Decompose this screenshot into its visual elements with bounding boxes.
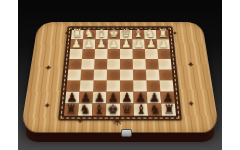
board-frame: ♜♞♝♚♛♝♞♜♟♟♟♟♟♟♟♟♟♟♟♟♟♟♟♟♜♞♝♚♛♝♞♜ bbox=[58, 26, 182, 120]
black-pawn: ♟ bbox=[93, 91, 107, 104]
black-pawn: ♟ bbox=[134, 91, 148, 104]
board-square: ♝ bbox=[132, 30, 144, 39]
chess-board: ♜♞♝♚♛♝♞♜♟♟♟♟♟♟♟♟♟♟♟♟♟♟♟♟♜♞♝♚♛♝♞♜ bbox=[64, 30, 176, 116]
black-pawn: ♟ bbox=[147, 91, 161, 104]
board-square: ♟ bbox=[144, 39, 157, 49]
screenshot-page: ✦ ✦ ✦ ✦ ✦ ✦ ✦ ✦ ✳ ♜♞♝♚♛♝♞♜♟♟♟♟♟♟♟♟♟♟♟♟♟♟… bbox=[0, 0, 240, 150]
board-square: ♟ bbox=[147, 92, 161, 104]
board-square: ♛ bbox=[120, 30, 132, 39]
board-square bbox=[80, 80, 94, 91]
board-square: ♟ bbox=[95, 39, 108, 49]
black-pawn: ♟ bbox=[65, 91, 79, 104]
board-square: ♟ bbox=[83, 39, 96, 49]
board-square bbox=[94, 59, 107, 69]
chess-box-lid: ✦ ✦ ✦ ✦ ✦ ✦ ✦ ✦ ✳ ♜♞♝♚♛♝♞♜♟♟♟♟♟♟♟♟♟♟♟♟♟♟… bbox=[20, 22, 219, 132]
board-square: ♟ bbox=[108, 39, 120, 49]
board-square: ♞ bbox=[147, 103, 162, 115]
board-square: ♞ bbox=[144, 30, 157, 39]
board-square bbox=[93, 80, 107, 91]
board-square: ♟ bbox=[160, 92, 175, 104]
board-square bbox=[145, 49, 158, 59]
board-square bbox=[133, 80, 147, 91]
board-square bbox=[120, 80, 133, 91]
carved-motif-icon: ✦ bbox=[44, 64, 53, 72]
black-queen: ♛ bbox=[120, 103, 134, 116]
board-square bbox=[69, 49, 82, 59]
board-square bbox=[68, 59, 82, 69]
board-square bbox=[82, 49, 95, 59]
black-rook: ♜ bbox=[162, 103, 176, 116]
board-square bbox=[146, 80, 160, 91]
white-queen: ♛ bbox=[120, 28, 132, 39]
board-square bbox=[107, 80, 120, 91]
board-square: ♞ bbox=[78, 103, 93, 115]
board-square bbox=[67, 70, 81, 81]
black-knight: ♞ bbox=[78, 103, 92, 116]
board-square bbox=[159, 70, 173, 81]
board-square bbox=[107, 59, 120, 69]
white-knight: ♞ bbox=[83, 28, 95, 39]
board-square bbox=[146, 70, 160, 81]
board-square: ♞ bbox=[83, 30, 96, 39]
board-square: ♟ bbox=[132, 39, 145, 49]
board-square bbox=[133, 70, 146, 81]
black-bishop: ♝ bbox=[134, 103, 148, 116]
board-square: ♚ bbox=[108, 30, 120, 39]
white-rook: ♜ bbox=[157, 28, 169, 39]
board-square: ♟ bbox=[106, 92, 120, 104]
board-square: ♚ bbox=[106, 103, 120, 115]
black-bishop: ♝ bbox=[92, 103, 106, 116]
board-square: ♛ bbox=[120, 103, 134, 115]
board-square bbox=[133, 59, 146, 69]
board-square bbox=[94, 70, 107, 81]
board-square bbox=[145, 59, 158, 69]
white-pawn: ♟ bbox=[83, 37, 95, 49]
chess-box-photo: ✦ ✦ ✦ ✦ ✦ ✦ ✦ ✦ ✳ ♜♞♝♚♛♝♞♜♟♟♟♟♟♟♟♟♟♟♟♟♟♟… bbox=[18, 0, 222, 150]
board-square bbox=[120, 59, 133, 69]
board-square bbox=[107, 70, 120, 81]
board-square bbox=[95, 49, 108, 59]
board-square: ♟ bbox=[65, 92, 80, 104]
white-bishop: ♝ bbox=[132, 28, 144, 39]
board-square: ♜ bbox=[64, 103, 79, 115]
board-square: ♟ bbox=[93, 92, 107, 104]
board-square: ♝ bbox=[92, 103, 106, 115]
black-rook: ♜ bbox=[64, 103, 78, 116]
board-square: ♝ bbox=[96, 30, 108, 39]
white-pawn: ♟ bbox=[157, 37, 169, 49]
white-pawn: ♟ bbox=[95, 37, 107, 49]
board-square: ♟ bbox=[120, 39, 132, 49]
white-pawn: ♟ bbox=[120, 37, 132, 49]
perspective-scene: ✦ ✦ ✦ ✦ ✦ ✦ ✦ ✦ ✳ ♜♞♝♚♛♝♞♜♟♟♟♟♟♟♟♟♟♟♟♟♟♟… bbox=[18, 0, 222, 150]
black-pawn: ♟ bbox=[79, 91, 93, 104]
carved-motif-icon: ✦ bbox=[43, 102, 51, 110]
board-square bbox=[120, 70, 133, 81]
board-square: ♟ bbox=[79, 92, 93, 104]
white-pawn: ♟ bbox=[132, 37, 144, 49]
box-latch bbox=[121, 129, 132, 137]
board-square bbox=[80, 70, 94, 81]
board-square: ♟ bbox=[70, 39, 83, 49]
board-square bbox=[160, 80, 174, 91]
board-square bbox=[81, 59, 94, 69]
board-square bbox=[157, 49, 170, 59]
carved-motif-icon: ✦ bbox=[187, 61, 195, 69]
board-square bbox=[66, 80, 80, 91]
white-pawn: ♟ bbox=[108, 37, 120, 49]
board-square: ♜ bbox=[156, 30, 169, 39]
black-pawn: ♟ bbox=[106, 91, 120, 104]
black-pawn: ♟ bbox=[161, 91, 175, 104]
white-king: ♚ bbox=[108, 28, 120, 39]
board-square: ♜ bbox=[161, 103, 176, 115]
board-square bbox=[120, 49, 133, 59]
black-pawn: ♟ bbox=[120, 91, 134, 104]
white-pawn: ♟ bbox=[70, 37, 82, 49]
board-square: ♝ bbox=[134, 103, 148, 115]
white-rook: ♜ bbox=[71, 28, 83, 39]
board-square: ♜ bbox=[71, 30, 84, 39]
board-square: ♟ bbox=[120, 92, 134, 104]
board-square bbox=[107, 49, 120, 59]
white-bishop: ♝ bbox=[96, 28, 108, 39]
white-pawn: ♟ bbox=[145, 37, 157, 49]
board-square bbox=[132, 49, 145, 59]
board-square bbox=[158, 59, 172, 69]
white-knight: ♞ bbox=[144, 28, 156, 39]
black-king: ♚ bbox=[106, 103, 120, 116]
black-knight: ♞ bbox=[148, 103, 162, 116]
carved-motif-icon: ✦ bbox=[187, 100, 195, 108]
board-square: ♟ bbox=[133, 92, 147, 104]
board-square: ♟ bbox=[157, 39, 170, 49]
